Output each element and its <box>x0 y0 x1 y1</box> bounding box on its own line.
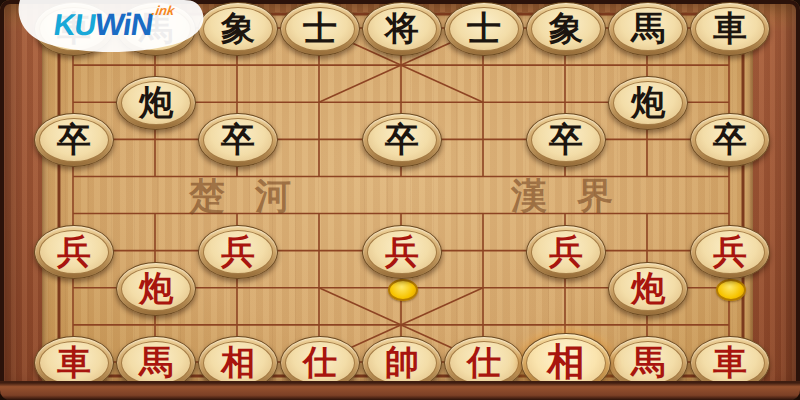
piece-red-soldier[interactable]: 兵 <box>526 225 606 279</box>
piece-glyph: 士 <box>303 11 337 45</box>
piece-red-soldier[interactable]: 兵 <box>690 225 770 279</box>
piece-black-chariot[interactable]: 車 <box>690 2 770 56</box>
piece-black-advisor[interactable]: 士 <box>280 2 360 56</box>
piece-face: 士 <box>449 7 519 51</box>
piece-face: 炮 <box>613 267 683 311</box>
board-frame-bottom <box>0 381 800 400</box>
piece-glyph: 将 <box>385 11 419 45</box>
piece-face: 兵 <box>695 230 765 274</box>
piece-face: 馬 <box>121 341 191 385</box>
piece-glyph: 相 <box>547 343 585 381</box>
piece-face: 兵 <box>367 230 437 274</box>
piece-face: 仕 <box>449 341 519 385</box>
piece-glyph: 馬 <box>631 345 665 379</box>
piece-glyph: 卒 <box>713 122 747 156</box>
kuwin-logo[interactable]: KUWiN .ink <box>14 0 210 60</box>
piece-glyph: 象 <box>221 11 255 45</box>
move-hint-dot[interactable] <box>388 279 418 301</box>
piece-red-cannon[interactable]: 炮 <box>116 262 196 316</box>
piece-glyph: 車 <box>713 345 747 379</box>
piece-glyph: 馬 <box>631 11 665 45</box>
piece-face: 車 <box>695 341 765 385</box>
piece-glyph: 卒 <box>385 122 419 156</box>
piece-black-advisor[interactable]: 士 <box>444 2 524 56</box>
piece-red-soldier[interactable]: 兵 <box>34 225 114 279</box>
xiangqi-game-screen: 楚河 漢界 車馬象士将士象馬車炮炮卒卒卒卒卒兵兵兵兵兵炮炮車馬相仕帥仕相馬車 K… <box>0 0 800 400</box>
piece-glyph: 兵 <box>549 234 583 268</box>
piece-black-soldier[interactable]: 卒 <box>362 113 442 167</box>
piece-face: 将 <box>367 7 437 51</box>
logo-text-win: WiN <box>93 7 155 42</box>
piece-glyph: 炮 <box>139 85 173 119</box>
piece-face: 相 <box>203 341 273 385</box>
piece-face: 卒 <box>531 118 601 162</box>
piece-red-soldier[interactable]: 兵 <box>362 225 442 279</box>
piece-face: 卒 <box>695 118 765 162</box>
piece-face: 炮 <box>121 267 191 311</box>
piece-glyph: 炮 <box>139 271 173 305</box>
piece-black-cannon[interactable]: 炮 <box>116 76 196 130</box>
piece-face: 象 <box>531 7 601 51</box>
piece-face: 炮 <box>121 81 191 125</box>
piece-face: 車 <box>39 341 109 385</box>
piece-face: 卒 <box>39 118 109 162</box>
piece-face: 馬 <box>613 341 683 385</box>
piece-face: 車 <box>695 7 765 51</box>
piece-face: 象 <box>203 7 273 51</box>
piece-black-soldier[interactable]: 卒 <box>198 113 278 167</box>
piece-glyph: 兵 <box>385 234 419 268</box>
piece-black-elephant[interactable]: 象 <box>198 2 278 56</box>
logo-text-tld: .ink <box>151 3 176 18</box>
piece-black-horse[interactable]: 馬 <box>608 2 688 56</box>
piece-black-soldier[interactable]: 卒 <box>34 113 114 167</box>
logo-text: KUWiN <box>52 9 155 40</box>
piece-glyph: 馬 <box>139 345 173 379</box>
piece-glyph: 士 <box>467 11 501 45</box>
piece-black-cannon[interactable]: 炮 <box>608 76 688 130</box>
piece-red-soldier[interactable]: 兵 <box>198 225 278 279</box>
piece-glyph: 象 <box>549 11 583 45</box>
piece-face: 帥 <box>367 341 437 385</box>
piece-face: 仕 <box>285 341 355 385</box>
piece-face: 兵 <box>203 230 273 274</box>
piece-glyph: 帥 <box>385 345 419 379</box>
piece-black-elephant[interactable]: 象 <box>526 2 606 56</box>
piece-glyph: 仕 <box>467 345 501 379</box>
piece-face: 炮 <box>613 81 683 125</box>
piece-glyph: 相 <box>221 345 255 379</box>
piece-face: 卒 <box>203 118 273 162</box>
piece-glyph: 車 <box>57 345 91 379</box>
piece-glyph: 兵 <box>57 234 91 268</box>
piece-glyph: 車 <box>713 11 747 45</box>
river-label-left: 楚河 <box>159 172 321 221</box>
piece-glyph: 兵 <box>713 234 747 268</box>
piece-glyph: 仕 <box>303 345 337 379</box>
river-label-right: 漢界 <box>481 172 643 221</box>
logo-text-ku: KU <box>52 8 98 41</box>
piece-red-cannon[interactable]: 炮 <box>608 262 688 316</box>
piece-glyph: 兵 <box>221 234 255 268</box>
piece-face: 士 <box>285 7 355 51</box>
piece-black-soldier[interactable]: 卒 <box>690 113 770 167</box>
piece-glyph: 炮 <box>631 85 665 119</box>
piece-glyph: 卒 <box>549 122 583 156</box>
piece-face: 兵 <box>39 230 109 274</box>
piece-glyph: 卒 <box>57 122 91 156</box>
piece-glyph: 炮 <box>631 271 665 305</box>
piece-black-general[interactable]: 将 <box>362 2 442 56</box>
piece-glyph: 卒 <box>221 122 255 156</box>
piece-black-soldier[interactable]: 卒 <box>526 113 606 167</box>
piece-face: 卒 <box>367 118 437 162</box>
move-hint-dot[interactable] <box>716 279 746 301</box>
piece-face: 馬 <box>613 7 683 51</box>
piece-face: 兵 <box>531 230 601 274</box>
